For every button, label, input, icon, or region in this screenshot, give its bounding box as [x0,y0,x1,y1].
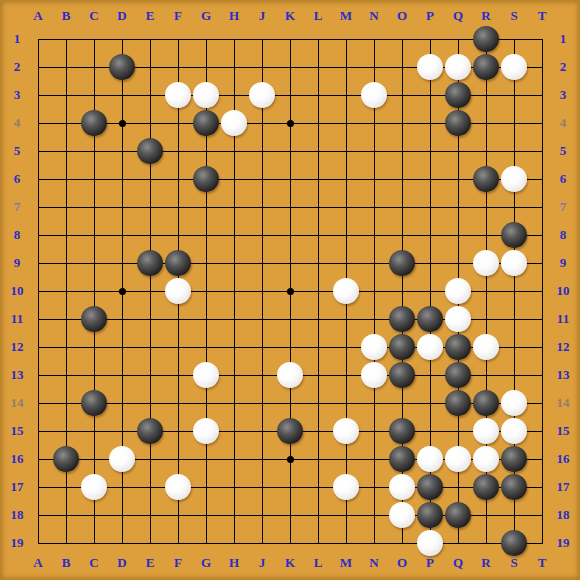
intersection-K3[interactable] [276,81,304,109]
intersection-E13[interactable] [136,361,164,389]
intersection-L15[interactable] [304,417,332,445]
intersection-N14[interactable] [360,389,388,417]
intersection-E7[interactable] [136,193,164,221]
intersection-K10[interactable] [276,277,304,305]
intersection-L1[interactable] [304,25,332,53]
intersection-O11[interactable] [388,305,416,333]
intersection-F18[interactable] [164,501,192,529]
intersection-K11[interactable] [276,305,304,333]
intersection-J7[interactable] [248,193,276,221]
intersection-M14[interactable] [332,389,360,417]
intersection-N4[interactable] [360,109,388,137]
intersection-D4[interactable] [108,109,136,137]
intersection-L3[interactable] [304,81,332,109]
intersection-M9[interactable] [332,249,360,277]
intersection-Q2[interactable] [444,53,472,81]
intersection-C17[interactable] [80,473,108,501]
intersection-G10[interactable] [192,277,220,305]
intersection-C7[interactable] [80,193,108,221]
intersection-H7[interactable] [220,193,248,221]
intersection-R17[interactable] [472,473,500,501]
intersection-J11[interactable] [248,305,276,333]
intersection-O4[interactable] [388,109,416,137]
intersection-M1[interactable] [332,25,360,53]
intersection-C4[interactable] [80,109,108,137]
intersection-R9[interactable] [472,249,500,277]
intersection-L14[interactable] [304,389,332,417]
intersection-J1[interactable] [248,25,276,53]
intersection-F7[interactable] [164,193,192,221]
intersection-F12[interactable] [164,333,192,361]
intersection-R5[interactable] [472,137,500,165]
intersection-K5[interactable] [276,137,304,165]
intersection-O17[interactable] [388,473,416,501]
intersection-M19[interactable] [332,529,360,557]
intersection-H10[interactable] [220,277,248,305]
intersection-P16[interactable] [416,445,444,473]
intersection-N19[interactable] [360,529,388,557]
intersection-E8[interactable] [136,221,164,249]
intersection-N8[interactable] [360,221,388,249]
intersection-O9[interactable] [388,249,416,277]
intersection-R12[interactable] [472,333,500,361]
intersection-K19[interactable] [276,529,304,557]
intersection-L13[interactable] [304,361,332,389]
intersection-B10[interactable] [52,277,80,305]
intersection-E1[interactable] [136,25,164,53]
intersection-R16[interactable] [472,445,500,473]
intersection-D13[interactable] [108,361,136,389]
intersection-K6[interactable] [276,165,304,193]
intersection-N15[interactable] [360,417,388,445]
intersection-O8[interactable] [388,221,416,249]
intersection-B15[interactable] [52,417,80,445]
intersection-R14[interactable] [472,389,500,417]
intersection-D11[interactable] [108,305,136,333]
intersection-D16[interactable] [108,445,136,473]
intersection-N5[interactable] [360,137,388,165]
intersection-S18[interactable] [500,501,528,529]
intersection-Q1[interactable] [444,25,472,53]
intersection-B5[interactable] [52,137,80,165]
intersection-D10[interactable] [108,277,136,305]
intersection-G18[interactable] [192,501,220,529]
intersection-Q17[interactable] [444,473,472,501]
intersection-G2[interactable] [192,53,220,81]
intersection-J8[interactable] [248,221,276,249]
intersection-P3[interactable] [416,81,444,109]
intersection-P9[interactable] [416,249,444,277]
intersection-B8[interactable] [52,221,80,249]
intersection-O16[interactable] [388,445,416,473]
intersection-R8[interactable] [472,221,500,249]
intersection-M5[interactable] [332,137,360,165]
intersection-F13[interactable] [164,361,192,389]
intersection-B9[interactable] [52,249,80,277]
intersection-R15[interactable] [472,417,500,445]
intersection-H15[interactable] [220,417,248,445]
intersection-L11[interactable] [304,305,332,333]
intersection-D19[interactable] [108,529,136,557]
intersection-B18[interactable] [52,501,80,529]
intersection-N3[interactable] [360,81,388,109]
intersection-C2[interactable] [80,53,108,81]
intersection-P2[interactable] [416,53,444,81]
intersection-E2[interactable] [136,53,164,81]
intersection-M11[interactable] [332,305,360,333]
intersection-J12[interactable] [248,333,276,361]
intersection-G13[interactable] [192,361,220,389]
intersection-L10[interactable] [304,277,332,305]
intersection-B17[interactable] [52,473,80,501]
intersection-O2[interactable] [388,53,416,81]
intersection-K12[interactable] [276,333,304,361]
intersection-H17[interactable] [220,473,248,501]
intersection-G4[interactable] [192,109,220,137]
intersection-E5[interactable] [136,137,164,165]
intersection-N16[interactable] [360,445,388,473]
intersection-P14[interactable] [416,389,444,417]
intersection-F14[interactable] [164,389,192,417]
intersection-R10[interactable] [472,277,500,305]
intersection-C16[interactable] [80,445,108,473]
intersection-F11[interactable] [164,305,192,333]
intersection-K16[interactable] [276,445,304,473]
intersection-J13[interactable] [248,361,276,389]
intersection-J4[interactable] [248,109,276,137]
intersection-R4[interactable] [472,109,500,137]
intersection-S2[interactable] [500,53,528,81]
intersection-M16[interactable] [332,445,360,473]
intersection-P15[interactable] [416,417,444,445]
intersection-M13[interactable] [332,361,360,389]
intersection-S10[interactable] [500,277,528,305]
intersection-S16[interactable] [500,445,528,473]
intersection-L17[interactable] [304,473,332,501]
intersection-K7[interactable] [276,193,304,221]
intersection-M15[interactable] [332,417,360,445]
intersection-G15[interactable] [192,417,220,445]
intersection-C11[interactable] [80,305,108,333]
intersection-R7[interactable] [472,193,500,221]
intersection-L16[interactable] [304,445,332,473]
intersection-N7[interactable] [360,193,388,221]
intersection-J17[interactable] [248,473,276,501]
intersection-D9[interactable] [108,249,136,277]
intersection-K8[interactable] [276,221,304,249]
intersection-N18[interactable] [360,501,388,529]
intersection-J2[interactable] [248,53,276,81]
intersection-J6[interactable] [248,165,276,193]
intersection-Q19[interactable] [444,529,472,557]
intersection-H9[interactable] [220,249,248,277]
intersection-K2[interactable] [276,53,304,81]
intersection-L19[interactable] [304,529,332,557]
intersection-S9[interactable] [500,249,528,277]
intersection-J14[interactable] [248,389,276,417]
intersection-H1[interactable] [220,25,248,53]
intersection-G11[interactable] [192,305,220,333]
intersection-E11[interactable] [136,305,164,333]
intersection-C18[interactable] [80,501,108,529]
intersection-G3[interactable] [192,81,220,109]
intersection-Q10[interactable] [444,277,472,305]
intersection-N12[interactable] [360,333,388,361]
intersection-N11[interactable] [360,305,388,333]
intersection-D3[interactable] [108,81,136,109]
intersection-O5[interactable] [388,137,416,165]
intersection-B14[interactable] [52,389,80,417]
intersection-Q9[interactable] [444,249,472,277]
intersection-Q11[interactable] [444,305,472,333]
intersection-Q14[interactable] [444,389,472,417]
intersection-P1[interactable] [416,25,444,53]
intersection-F4[interactable] [164,109,192,137]
intersection-J9[interactable] [248,249,276,277]
intersection-K1[interactable] [276,25,304,53]
intersection-B4[interactable] [52,109,80,137]
intersection-M10[interactable] [332,277,360,305]
intersection-E3[interactable] [136,81,164,109]
intersection-C3[interactable] [80,81,108,109]
intersection-R18[interactable] [472,501,500,529]
intersection-G7[interactable] [192,193,220,221]
intersection-B6[interactable] [52,165,80,193]
intersection-S13[interactable] [500,361,528,389]
intersection-P19[interactable] [416,529,444,557]
intersection-Q4[interactable] [444,109,472,137]
intersection-S8[interactable] [500,221,528,249]
intersection-P17[interactable] [416,473,444,501]
intersection-N9[interactable] [360,249,388,277]
intersection-F1[interactable] [164,25,192,53]
intersection-Q5[interactable] [444,137,472,165]
intersection-R1[interactable] [472,25,500,53]
intersection-P6[interactable] [416,165,444,193]
intersection-E9[interactable] [136,249,164,277]
intersection-F8[interactable] [164,221,192,249]
intersection-L2[interactable] [304,53,332,81]
intersection-S17[interactable] [500,473,528,501]
intersection-D8[interactable] [108,221,136,249]
intersection-H18[interactable] [220,501,248,529]
intersection-E19[interactable] [136,529,164,557]
intersection-H4[interactable] [220,109,248,137]
intersection-B11[interactable] [52,305,80,333]
intersection-F3[interactable] [164,81,192,109]
intersection-O15[interactable] [388,417,416,445]
intersection-B1[interactable] [52,25,80,53]
intersection-J19[interactable] [248,529,276,557]
intersection-D15[interactable] [108,417,136,445]
intersection-G19[interactable] [192,529,220,557]
intersection-Q15[interactable] [444,417,472,445]
intersection-G17[interactable] [192,473,220,501]
intersection-N17[interactable] [360,473,388,501]
intersection-F16[interactable] [164,445,192,473]
intersection-G6[interactable] [192,165,220,193]
intersection-M18[interactable] [332,501,360,529]
intersection-B16[interactable] [52,445,80,473]
intersection-H6[interactable] [220,165,248,193]
intersection-S4[interactable] [500,109,528,137]
intersection-Q3[interactable] [444,81,472,109]
intersection-C13[interactable] [80,361,108,389]
intersection-O18[interactable] [388,501,416,529]
intersection-N13[interactable] [360,361,388,389]
intersection-O12[interactable] [388,333,416,361]
intersection-K15[interactable] [276,417,304,445]
intersection-M6[interactable] [332,165,360,193]
intersection-H2[interactable] [220,53,248,81]
intersection-L9[interactable] [304,249,332,277]
intersection-P11[interactable] [416,305,444,333]
intersection-S3[interactable] [500,81,528,109]
intersection-O1[interactable] [388,25,416,53]
intersection-H11[interactable] [220,305,248,333]
intersection-F6[interactable] [164,165,192,193]
intersection-C5[interactable] [80,137,108,165]
intersection-S12[interactable] [500,333,528,361]
intersection-J10[interactable] [248,277,276,305]
intersection-B3[interactable] [52,81,80,109]
intersection-E17[interactable] [136,473,164,501]
intersection-E10[interactable] [136,277,164,305]
intersection-M17[interactable] [332,473,360,501]
intersection-F9[interactable] [164,249,192,277]
intersection-F5[interactable] [164,137,192,165]
intersection-J3[interactable] [248,81,276,109]
intersection-Q12[interactable] [444,333,472,361]
intersection-F17[interactable] [164,473,192,501]
intersection-M8[interactable] [332,221,360,249]
intersection-L18[interactable] [304,501,332,529]
intersection-R13[interactable] [472,361,500,389]
intersection-B13[interactable] [52,361,80,389]
intersection-L12[interactable] [304,333,332,361]
intersection-Q8[interactable] [444,221,472,249]
intersection-D2[interactable] [108,53,136,81]
intersection-E6[interactable] [136,165,164,193]
intersection-S11[interactable] [500,305,528,333]
intersection-R2[interactable] [472,53,500,81]
intersection-P12[interactable] [416,333,444,361]
intersection-S6[interactable] [500,165,528,193]
intersection-C19[interactable] [80,529,108,557]
intersection-R19[interactable] [472,529,500,557]
intersection-H13[interactable] [220,361,248,389]
intersection-M7[interactable] [332,193,360,221]
intersection-K14[interactable] [276,389,304,417]
intersection-E15[interactable] [136,417,164,445]
intersection-D17[interactable] [108,473,136,501]
intersection-M3[interactable] [332,81,360,109]
intersection-N10[interactable] [360,277,388,305]
intersection-M2[interactable] [332,53,360,81]
intersection-D18[interactable] [108,501,136,529]
intersection-B2[interactable] [52,53,80,81]
intersection-K17[interactable] [276,473,304,501]
intersection-S15[interactable] [500,417,528,445]
intersection-F2[interactable] [164,53,192,81]
intersection-M4[interactable] [332,109,360,137]
intersection-C10[interactable] [80,277,108,305]
intersection-D5[interactable] [108,137,136,165]
intersection-H16[interactable] [220,445,248,473]
intersection-P8[interactable] [416,221,444,249]
intersection-K13[interactable] [276,361,304,389]
intersection-Q18[interactable] [444,501,472,529]
intersection-G9[interactable] [192,249,220,277]
intersection-C14[interactable] [80,389,108,417]
intersection-D14[interactable] [108,389,136,417]
intersection-L5[interactable] [304,137,332,165]
intersection-H14[interactable] [220,389,248,417]
intersection-S5[interactable] [500,137,528,165]
intersection-O10[interactable] [388,277,416,305]
intersection-Q7[interactable] [444,193,472,221]
intersection-L6[interactable] [304,165,332,193]
intersection-C6[interactable] [80,165,108,193]
intersection-N1[interactable] [360,25,388,53]
intersection-O13[interactable] [388,361,416,389]
intersection-S7[interactable] [500,193,528,221]
intersection-N6[interactable] [360,165,388,193]
intersection-B7[interactable] [52,193,80,221]
intersection-H5[interactable] [220,137,248,165]
intersection-G5[interactable] [192,137,220,165]
intersection-L7[interactable] [304,193,332,221]
intersection-N2[interactable] [360,53,388,81]
intersection-D12[interactable] [108,333,136,361]
intersection-G1[interactable] [192,25,220,53]
intersection-Q16[interactable] [444,445,472,473]
intersection-E18[interactable] [136,501,164,529]
intersection-Q13[interactable] [444,361,472,389]
intersection-P7[interactable] [416,193,444,221]
intersection-P13[interactable] [416,361,444,389]
intersection-K9[interactable] [276,249,304,277]
intersection-H19[interactable] [220,529,248,557]
intersection-M12[interactable] [332,333,360,361]
intersection-K18[interactable] [276,501,304,529]
intersection-D1[interactable] [108,25,136,53]
intersection-C9[interactable] [80,249,108,277]
intersection-P4[interactable] [416,109,444,137]
intersection-G12[interactable] [192,333,220,361]
intersection-L8[interactable] [304,221,332,249]
intersection-F10[interactable] [164,277,192,305]
intersection-G14[interactable] [192,389,220,417]
intersection-F15[interactable] [164,417,192,445]
intersection-D7[interactable] [108,193,136,221]
intersection-C12[interactable] [80,333,108,361]
intersection-S1[interactable] [500,25,528,53]
intersection-J15[interactable] [248,417,276,445]
intersection-E12[interactable] [136,333,164,361]
intersection-C8[interactable] [80,221,108,249]
intersection-B19[interactable] [52,529,80,557]
intersection-R3[interactable] [472,81,500,109]
intersection-E14[interactable] [136,389,164,417]
intersection-O14[interactable] [388,389,416,417]
intersection-H12[interactable] [220,333,248,361]
intersection-E4[interactable] [136,109,164,137]
intersection-P5[interactable] [416,137,444,165]
intersection-L4[interactable] [304,109,332,137]
intersection-O19[interactable] [388,529,416,557]
intersection-R11[interactable] [472,305,500,333]
